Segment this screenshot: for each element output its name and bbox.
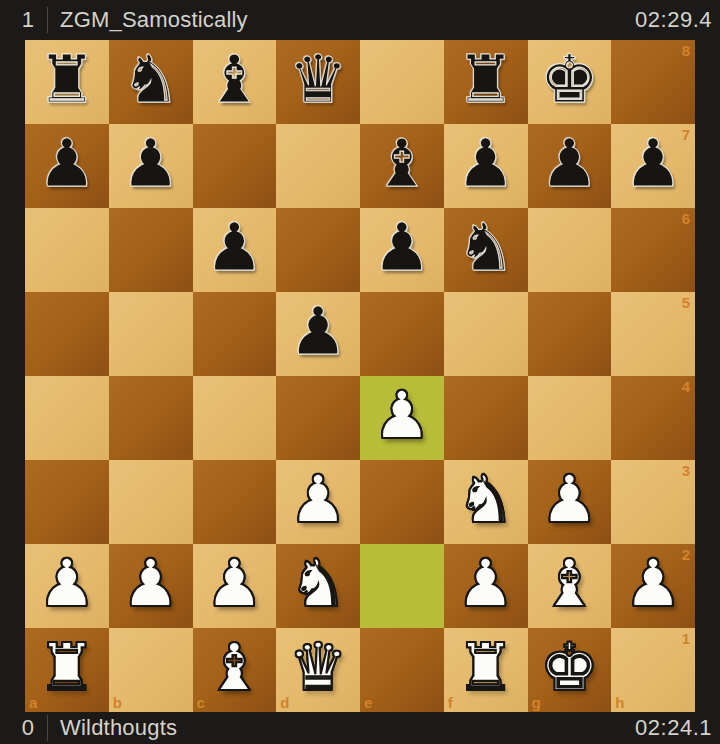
file-label-b: b: [113, 694, 122, 711]
square-d7[interactable]: [276, 124, 360, 208]
white-king[interactable]: ♚: [540, 635, 599, 701]
square-a8[interactable]: ♜: [25, 40, 109, 124]
square-f6[interactable]: ♞: [444, 208, 528, 292]
square-c4[interactable]: [193, 376, 277, 460]
square-d3[interactable]: ♟: [276, 460, 360, 544]
rank-label-1: 1: [682, 630, 690, 647]
file-label-f: f: [448, 694, 453, 711]
square-g4[interactable]: [528, 376, 612, 460]
white-pawn[interactable]: ♟: [540, 467, 599, 533]
black-knight[interactable]: ♞: [456, 215, 515, 281]
square-h2[interactable]: ♟2: [611, 544, 695, 628]
black-rook[interactable]: ♜: [456, 47, 515, 113]
square-b6[interactable]: [109, 208, 193, 292]
square-h1[interactable]: h1: [611, 628, 695, 712]
square-e1[interactable]: e: [360, 628, 444, 712]
square-d6[interactable]: [276, 208, 360, 292]
square-f5[interactable]: [444, 292, 528, 376]
square-d4[interactable]: [276, 376, 360, 460]
white-pawn[interactable]: ♟: [121, 551, 180, 617]
chess-board[interactable]: ♜♞♝♛♜♚8♟♟♝♟♟♟7♟♟♞6♟5♟4♟♞♟3♟♟♟♞♟♝♟2♜ab♝c♛…: [25, 40, 695, 712]
black-knight[interactable]: ♞: [121, 47, 180, 113]
rank-label-2: 2: [682, 546, 690, 563]
square-b3[interactable]: [109, 460, 193, 544]
square-e4[interactable]: ♟: [360, 376, 444, 460]
square-a1[interactable]: ♜a: [25, 628, 109, 712]
black-queen[interactable]: ♛: [289, 47, 348, 113]
square-d1[interactable]: ♛d: [276, 628, 360, 712]
square-a6[interactable]: [25, 208, 109, 292]
square-b7[interactable]: ♟: [109, 124, 193, 208]
file-label-a: a: [29, 694, 37, 711]
file-label-g: g: [532, 694, 541, 711]
bottom-player-clock: 02:24.1: [635, 715, 712, 741]
square-e2[interactable]: [360, 544, 444, 628]
square-h4[interactable]: 4: [611, 376, 695, 460]
bottom-player-bar: 0 Wildthougts 02:24.1: [0, 712, 720, 744]
black-pawn[interactable]: ♟: [289, 299, 348, 365]
white-pawn[interactable]: ♟: [372, 383, 431, 449]
square-d5[interactable]: ♟: [276, 292, 360, 376]
file-label-h: h: [615, 694, 624, 711]
white-knight[interactable]: ♞: [456, 467, 515, 533]
white-bishop[interactable]: ♝: [540, 551, 599, 617]
square-f8[interactable]: ♜: [444, 40, 528, 124]
square-a4[interactable]: [25, 376, 109, 460]
rank-label-3: 3: [682, 462, 690, 479]
black-bishop[interactable]: ♝: [205, 47, 264, 113]
square-f3[interactable]: ♞: [444, 460, 528, 544]
square-b5[interactable]: [109, 292, 193, 376]
square-h7[interactable]: ♟7: [611, 124, 695, 208]
file-label-d: d: [280, 694, 289, 711]
square-a2[interactable]: ♟: [25, 544, 109, 628]
square-c7[interactable]: [193, 124, 277, 208]
black-king[interactable]: ♚: [540, 47, 599, 113]
black-pawn[interactable]: ♟: [121, 131, 180, 197]
black-pawn[interactable]: ♟: [37, 131, 96, 197]
square-c2[interactable]: ♟: [193, 544, 277, 628]
square-e8[interactable]: [360, 40, 444, 124]
white-pawn[interactable]: ♟: [205, 551, 264, 617]
square-g5[interactable]: [528, 292, 612, 376]
white-pawn[interactable]: ♟: [37, 551, 96, 617]
black-bishop[interactable]: ♝: [372, 131, 431, 197]
top-player-name: ZGM_Samostically: [60, 7, 635, 33]
square-g3[interactable]: ♟: [528, 460, 612, 544]
square-f2[interactable]: ♟: [444, 544, 528, 628]
square-f4[interactable]: [444, 376, 528, 460]
rank-label-6: 6: [682, 210, 690, 227]
square-h6[interactable]: 6: [611, 208, 695, 292]
white-queen[interactable]: ♛: [289, 635, 348, 701]
black-pawn[interactable]: ♟: [624, 131, 683, 197]
square-a3[interactable]: [25, 460, 109, 544]
square-a5[interactable]: [25, 292, 109, 376]
square-b2[interactable]: ♟: [109, 544, 193, 628]
score-name-divider: [47, 7, 48, 33]
square-a7[interactable]: ♟: [25, 124, 109, 208]
square-b8[interactable]: ♞: [109, 40, 193, 124]
rank-label-7: 7: [682, 126, 690, 143]
square-f1[interactable]: ♜f: [444, 628, 528, 712]
square-e3[interactable]: [360, 460, 444, 544]
black-pawn[interactable]: ♟: [205, 215, 264, 281]
black-rook[interactable]: ♜: [37, 47, 96, 113]
top-player-score: 1: [0, 7, 34, 33]
square-g1[interactable]: ♚g: [528, 628, 612, 712]
square-g2[interactable]: ♝: [528, 544, 612, 628]
white-rook[interactable]: ♜: [456, 635, 515, 701]
rank-label-4: 4: [682, 378, 690, 395]
white-pawn[interactable]: ♟: [456, 551, 515, 617]
white-knight[interactable]: ♞: [289, 551, 348, 617]
square-c3[interactable]: [193, 460, 277, 544]
square-g7[interactable]: ♟: [528, 124, 612, 208]
square-c5[interactable]: [193, 292, 277, 376]
square-g8[interactable]: ♚: [528, 40, 612, 124]
square-h8[interactable]: 8: [611, 40, 695, 124]
rank-label-5: 5: [682, 294, 690, 311]
black-pawn[interactable]: ♟: [372, 215, 431, 281]
score-name-divider: [47, 715, 48, 741]
square-g6[interactable]: [528, 208, 612, 292]
white-bishop[interactable]: ♝: [205, 635, 264, 701]
square-h5[interactable]: 5: [611, 292, 695, 376]
square-b1[interactable]: b: [109, 628, 193, 712]
square-e6[interactable]: ♟: [360, 208, 444, 292]
top-player-clock: 02:29.4: [635, 7, 712, 33]
square-c6[interactable]: ♟: [193, 208, 277, 292]
square-b4[interactable]: [109, 376, 193, 460]
black-pawn[interactable]: ♟: [540, 131, 599, 197]
square-h3[interactable]: 3: [611, 460, 695, 544]
file-label-c: c: [197, 694, 205, 711]
rank-label-8: 8: [682, 42, 690, 59]
square-e7[interactable]: ♝: [360, 124, 444, 208]
black-pawn[interactable]: ♟: [456, 131, 515, 197]
white-pawn[interactable]: ♟: [624, 551, 683, 617]
square-d2[interactable]: ♞: [276, 544, 360, 628]
square-e5[interactable]: [360, 292, 444, 376]
file-label-e: e: [364, 694, 372, 711]
square-c1[interactable]: ♝c: [193, 628, 277, 712]
bottom-player-name: Wildthougts: [60, 715, 635, 741]
square-f7[interactable]: ♟: [444, 124, 528, 208]
top-player-bar: 1 ZGM_Samostically 02:29.4: [0, 0, 720, 40]
white-rook[interactable]: ♜: [37, 635, 96, 701]
bottom-player-score: 0: [0, 715, 34, 741]
square-c8[interactable]: ♝: [193, 40, 277, 124]
square-d8[interactable]: ♛: [276, 40, 360, 124]
white-pawn[interactable]: ♟: [289, 467, 348, 533]
chess-app: 1 ZGM_Samostically 02:29.4 ♜♞♝♛♜♚8♟♟♝♟♟♟…: [0, 0, 720, 744]
